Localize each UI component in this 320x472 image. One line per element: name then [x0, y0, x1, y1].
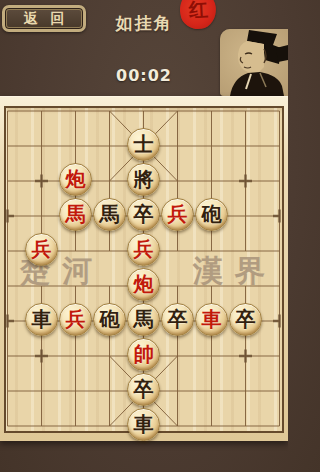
piece-red-soldier[interactable]: 兵	[161, 198, 194, 231]
opponent-portrait	[220, 29, 288, 96]
piece-black-cannon[interactable]: 砲	[93, 303, 126, 336]
piece-red-soldier[interactable]: 兵	[59, 303, 92, 336]
piece-black-soldier[interactable]: 卒	[127, 198, 160, 231]
piece-black-soldier[interactable]: 卒	[229, 303, 262, 336]
piece-red-chariot[interactable]: 車	[195, 303, 228, 336]
piece-black-horse[interactable]: 馬	[127, 303, 160, 336]
piece-red-general[interactable]: 帥	[127, 338, 160, 371]
piece-black-advisor[interactable]: 士	[127, 128, 160, 161]
xiangqi-board: 楚河 漢界 士炮將馬馬卒兵砲兵兵炮車兵砲馬卒車卒帥卒車	[0, 96, 288, 441]
river-label-right: 漢界	[193, 256, 277, 286]
piece-black-soldier[interactable]: 卒	[127, 373, 160, 406]
piece-black-general[interactable]: 將	[127, 163, 160, 196]
piece-red-soldier[interactable]: 兵	[127, 233, 160, 266]
piece-black-cannon[interactable]: 砲	[195, 198, 228, 231]
opponent-portrait-image	[220, 29, 288, 96]
piece-black-soldier[interactable]: 卒	[161, 303, 194, 336]
piece-black-chariot[interactable]: 車	[127, 408, 160, 441]
piece-red-cannon[interactable]: 炮	[127, 268, 160, 301]
piece-black-horse[interactable]: 馬	[93, 198, 126, 231]
red-turn-seal-label: 红	[188, 0, 208, 23]
piece-black-chariot[interactable]: 車	[25, 303, 58, 336]
piece-red-cannon[interactable]: 炮	[59, 163, 92, 196]
piece-red-horse[interactable]: 馬	[59, 198, 92, 231]
piece-red-soldier[interactable]: 兵	[25, 233, 58, 266]
